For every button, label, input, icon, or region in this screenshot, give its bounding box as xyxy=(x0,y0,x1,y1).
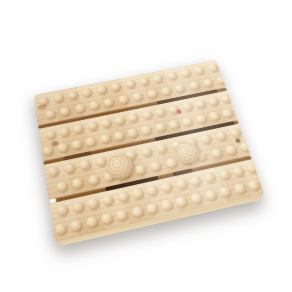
massage-nub xyxy=(208,111,220,121)
massage-nub xyxy=(110,82,121,92)
massage-nub xyxy=(220,94,232,104)
massage-nub xyxy=(70,219,83,232)
massage-nub xyxy=(233,183,246,195)
massage-nub xyxy=(210,148,223,159)
massage-nub xyxy=(175,178,188,190)
massage-nub xyxy=(99,133,111,144)
massage-nub xyxy=(74,103,85,113)
massage-nub xyxy=(146,184,159,196)
massage-nub xyxy=(116,209,129,222)
massage-nub xyxy=(127,112,139,122)
massage-nub xyxy=(232,165,245,177)
wood-knot xyxy=(38,104,47,111)
massage-nub xyxy=(72,201,84,214)
product-photo: Overhead angled product photo of a natur… xyxy=(0,0,292,292)
massage-nub xyxy=(131,205,144,218)
massage-nub xyxy=(225,144,238,155)
massage-nub xyxy=(43,145,54,156)
massage-nub xyxy=(82,88,93,98)
massage-nub xyxy=(138,77,149,87)
massage-nub xyxy=(96,85,107,95)
massage-nub xyxy=(56,181,68,193)
massage-nub xyxy=(229,127,242,138)
massage-nub xyxy=(85,136,97,147)
massage-nub xyxy=(152,74,163,84)
massage-nub xyxy=(195,114,207,124)
massage-nub xyxy=(85,216,98,229)
massage-nub xyxy=(45,129,56,140)
massage-nub xyxy=(100,118,111,129)
massage-nub xyxy=(207,96,219,106)
massage-nub xyxy=(194,99,206,109)
massage-nub xyxy=(174,83,186,93)
massage-nub xyxy=(166,71,177,80)
massage-nub xyxy=(86,121,97,132)
massage-nub xyxy=(103,97,114,107)
board-shadow-wrapper xyxy=(43,63,243,221)
massage-nub xyxy=(102,194,114,206)
massage-nub xyxy=(124,79,135,89)
massage-nub xyxy=(146,89,157,99)
massage-nub xyxy=(114,115,126,125)
massage-nub xyxy=(190,192,203,204)
massage-nub xyxy=(168,119,180,130)
massage-nub xyxy=(239,141,250,152)
massage-nub xyxy=(59,106,70,116)
massage-nub xyxy=(87,174,99,186)
massage-nub xyxy=(175,196,188,208)
massage-nub xyxy=(180,68,191,77)
massage-nub xyxy=(72,177,84,189)
massage-nub xyxy=(204,189,217,201)
massage-nub xyxy=(141,125,153,136)
massage-nub xyxy=(160,86,172,96)
massage-nub xyxy=(154,107,166,117)
massage-nub xyxy=(53,93,64,103)
massage-nub xyxy=(141,110,153,120)
massage-nub xyxy=(45,109,56,119)
massage-nub xyxy=(63,162,75,174)
massage-nub xyxy=(134,164,146,176)
massage-nub xyxy=(207,63,219,72)
massage-nub xyxy=(194,66,205,75)
massage-nub xyxy=(181,116,193,126)
massage-nub xyxy=(165,157,177,168)
massage-nub xyxy=(246,162,259,174)
massage-nub xyxy=(155,143,167,154)
massage-nub xyxy=(131,188,144,200)
massage-nub xyxy=(118,95,129,105)
massage-nub xyxy=(217,169,230,181)
massage-nub xyxy=(101,212,114,225)
massage-nub xyxy=(71,139,83,150)
massage-nub xyxy=(181,102,193,112)
massage-nub xyxy=(145,202,158,215)
massage-nub xyxy=(67,90,78,100)
massage-nub xyxy=(149,161,161,173)
massage-nub xyxy=(189,175,202,187)
massage-nub xyxy=(216,75,226,85)
massage-nub xyxy=(94,156,106,167)
massage-nub xyxy=(188,81,200,91)
massage-nub xyxy=(221,108,233,118)
massage-nub xyxy=(140,146,152,157)
massage-nub xyxy=(87,197,99,209)
massage-nub xyxy=(214,130,226,141)
massage-nub xyxy=(59,126,70,137)
massage-nub xyxy=(57,204,69,217)
massage-nub xyxy=(113,131,125,142)
massage-nub xyxy=(48,166,60,178)
massage-nub xyxy=(203,172,216,184)
wood-knot xyxy=(176,109,182,114)
wood-knot xyxy=(235,138,241,143)
massage-nub xyxy=(55,222,67,235)
massage-nub xyxy=(116,191,129,203)
massage-nub xyxy=(73,124,84,135)
massage-nub xyxy=(247,179,260,191)
massage-nub xyxy=(160,199,173,211)
massage-nub xyxy=(200,134,212,145)
massage-nub xyxy=(218,186,231,198)
massage-nub xyxy=(127,128,139,139)
massage-nub xyxy=(154,122,166,133)
massage-nub xyxy=(160,181,173,193)
massage-nub xyxy=(202,78,214,88)
massage-nub xyxy=(57,142,68,153)
massage-board xyxy=(34,59,265,242)
massage-nub xyxy=(79,159,91,170)
massage-nub xyxy=(132,92,143,102)
massage-nub xyxy=(89,100,100,110)
